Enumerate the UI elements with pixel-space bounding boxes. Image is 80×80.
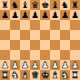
square-h5[interactable] — [70, 30, 80, 40]
square-f6[interactable] — [50, 20, 60, 30]
black-pawn[interactable]: ♟ — [51, 10, 59, 20]
square-g4[interactable] — [60, 40, 70, 50]
white-rook[interactable]: ♜ — [1, 70, 9, 80]
square-c1[interactable]: ♝ — [20, 70, 30, 80]
white-pawn[interactable]: ♟ — [61, 60, 69, 70]
black-pawn[interactable]: ♟ — [61, 10, 69, 20]
square-b1[interactable]: ♞ — [10, 70, 20, 80]
white-pawn[interactable]: ♟ — [1, 60, 9, 70]
black-queen[interactable]: ♛ — [31, 0, 39, 10]
square-f5[interactable] — [50, 30, 60, 40]
square-h8[interactable]: ♜ — [70, 0, 80, 10]
square-a7[interactable]: ♟ — [0, 10, 10, 20]
square-h7[interactable]: ♟ — [70, 10, 80, 20]
black-pawn[interactable]: ♟ — [1, 10, 9, 20]
square-a3[interactable] — [0, 50, 10, 60]
square-e2[interactable]: ♟ — [40, 60, 50, 70]
square-h2[interactable]: ♟ — [70, 60, 80, 70]
white-pawn[interactable]: ♟ — [71, 60, 79, 70]
black-knight[interactable]: ♞ — [11, 0, 19, 10]
black-pawn[interactable]: ♟ — [31, 10, 39, 20]
square-g1[interactable]: ♞ — [60, 70, 70, 80]
square-c7[interactable]: ♟ — [20, 10, 30, 20]
square-d5[interactable] — [30, 30, 40, 40]
black-pawn[interactable]: ♟ — [41, 10, 49, 20]
square-e5[interactable] — [40, 30, 50, 40]
square-b2[interactable]: ♟ — [10, 60, 20, 70]
square-f4[interactable] — [50, 40, 60, 50]
square-a8[interactable]: ♜ — [0, 0, 10, 10]
square-b7[interactable]: ♟ — [10, 10, 20, 20]
square-b6[interactable] — [10, 20, 20, 30]
white-bishop[interactable]: ♝ — [51, 70, 59, 80]
square-b8[interactable]: ♞ — [10, 0, 20, 10]
white-bishop[interactable]: ♝ — [21, 70, 29, 80]
square-g5[interactable] — [60, 30, 70, 40]
square-h6[interactable] — [70, 20, 80, 30]
white-knight[interactable]: ♞ — [61, 70, 69, 80]
square-f8[interactable]: ♝ — [50, 0, 60, 10]
square-h4[interactable] — [70, 40, 80, 50]
white-pawn[interactable]: ♟ — [11, 60, 19, 70]
square-e8[interactable]: ♚ — [40, 0, 50, 10]
square-b5[interactable] — [10, 30, 20, 40]
square-d3[interactable] — [30, 50, 40, 60]
square-f1[interactable]: ♝ — [50, 70, 60, 80]
square-e3[interactable] — [40, 50, 50, 60]
square-d4[interactable] — [30, 40, 40, 50]
white-king[interactable]: ♚ — [41, 70, 49, 80]
black-rook[interactable]: ♜ — [71, 0, 79, 10]
white-rook[interactable]: ♜ — [71, 70, 79, 80]
black-pawn[interactable]: ♟ — [21, 10, 29, 20]
black-bishop[interactable]: ♝ — [21, 0, 29, 10]
black-rook[interactable]: ♜ — [1, 0, 9, 10]
square-c6[interactable] — [20, 20, 30, 30]
square-f3[interactable] — [50, 50, 60, 60]
square-f2[interactable]: ♟ — [50, 60, 60, 70]
white-pawn[interactable]: ♟ — [21, 60, 29, 70]
square-a4[interactable] — [0, 40, 10, 50]
square-g8[interactable]: ♞ — [60, 0, 70, 10]
black-pawn[interactable]: ♟ — [11, 10, 19, 20]
square-c5[interactable] — [20, 30, 30, 40]
black-pawn[interactable]: ♟ — [71, 10, 79, 20]
square-c8[interactable]: ♝ — [20, 0, 30, 10]
square-e4[interactable] — [40, 40, 50, 50]
square-c2[interactable]: ♟ — [20, 60, 30, 70]
square-g3[interactable] — [60, 50, 70, 60]
square-c4[interactable] — [20, 40, 30, 50]
black-bishop[interactable]: ♝ — [51, 0, 59, 10]
square-e7[interactable]: ♟ — [40, 10, 50, 20]
square-e6[interactable] — [40, 20, 50, 30]
black-king[interactable]: ♚ — [41, 0, 49, 10]
square-a2[interactable]: ♟ — [0, 60, 10, 70]
square-g6[interactable] — [60, 20, 70, 30]
square-b4[interactable] — [10, 40, 20, 50]
square-d1[interactable]: ♛ — [30, 70, 40, 80]
white-pawn[interactable]: ♟ — [31, 60, 39, 70]
square-b3[interactable] — [10, 50, 20, 60]
white-pawn[interactable]: ♟ — [41, 60, 49, 70]
square-d2[interactable]: ♟ — [30, 60, 40, 70]
square-g2[interactable]: ♟ — [60, 60, 70, 70]
white-pawn[interactable]: ♟ — [51, 60, 59, 70]
chess-board: ♜♞♝♛♚♝♞♜♟♟♟♟♟♟♟♟♟♟♟♟♟♟♟♟♜♞♝♛♚♝♞♜ — [0, 0, 80, 80]
square-d6[interactable] — [30, 20, 40, 30]
square-c3[interactable] — [20, 50, 30, 60]
square-a6[interactable] — [0, 20, 10, 30]
white-knight[interactable]: ♞ — [11, 70, 19, 80]
square-d7[interactable]: ♟ — [30, 10, 40, 20]
square-d8[interactable]: ♛ — [30, 0, 40, 10]
square-h3[interactable] — [70, 50, 80, 60]
white-queen[interactable]: ♛ — [31, 70, 39, 80]
square-h1[interactable]: ♜ — [70, 70, 80, 80]
square-e1[interactable]: ♚ — [40, 70, 50, 80]
square-f7[interactable]: ♟ — [50, 10, 60, 20]
square-g7[interactable]: ♟ — [60, 10, 70, 20]
black-knight[interactable]: ♞ — [61, 0, 69, 10]
square-a5[interactable] — [0, 30, 10, 40]
square-a1[interactable]: ♜ — [0, 70, 10, 80]
